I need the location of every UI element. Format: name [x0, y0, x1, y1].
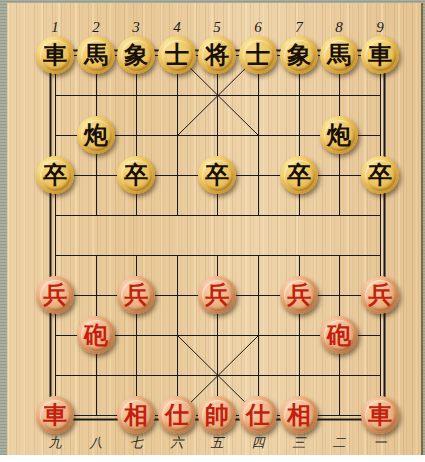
piece-glyph: 帥 — [205, 403, 229, 428]
piece-black-soldier[interactable]: 卒 — [117, 156, 155, 194]
piece-black-horse[interactable]: 馬 — [77, 36, 115, 74]
piece-black-general[interactable]: 将 — [198, 36, 236, 74]
piece-face: 馬 — [81, 40, 112, 71]
piece-face: 車 — [40, 40, 71, 71]
piece-glyph: 将 — [205, 43, 229, 68]
piece-glyph: 仕 — [246, 403, 270, 428]
piece-face: 帥 — [202, 400, 233, 431]
file-label-bottom-9: 九 — [43, 436, 67, 450]
piece-red-general[interactable]: 帥 — [198, 396, 236, 434]
piece-glyph: 車 — [368, 403, 392, 428]
piece-face: 兵 — [121, 280, 152, 311]
piece-glyph: 仕 — [165, 403, 189, 428]
piece-black-chariot[interactable]: 車 — [361, 36, 399, 74]
piece-face: 車 — [40, 400, 71, 431]
piece-black-advisor[interactable]: 士 — [239, 36, 277, 74]
xiangqi-app-window: 123456789 九八七六五四三二一 車馬象士将士象馬車炮炮卒卒卒卒卒兵兵兵兵… — [0, 0, 425, 462]
piece-red-soldier[interactable]: 兵 — [117, 276, 155, 314]
piece-glyph: 兵 — [124, 283, 148, 308]
piece-face: 炮 — [324, 120, 355, 151]
file-label-bottom-8: 八 — [84, 436, 108, 450]
file-label-bottom-5: 五 — [205, 436, 229, 450]
piece-glyph: 卒 — [124, 163, 148, 188]
piece-glyph: 兵 — [205, 283, 229, 308]
file-label-top-1: 1 — [44, 19, 66, 35]
piece-face: 兵 — [40, 280, 71, 311]
file-label-bottom-4: 四 — [246, 436, 270, 450]
piece-glyph: 卒 — [43, 163, 67, 188]
piece-face: 象 — [284, 40, 315, 71]
piece-black-soldier[interactable]: 卒 — [36, 156, 74, 194]
piece-face: 象 — [121, 40, 152, 71]
piece-glyph: 相 — [124, 403, 148, 428]
file-label-top-8: 8 — [328, 19, 350, 35]
piece-face: 炮 — [81, 120, 112, 151]
piece-black-cannon[interactable]: 炮 — [77, 116, 115, 154]
piece-black-advisor[interactable]: 士 — [158, 36, 196, 74]
piece-glyph: 砲 — [327, 323, 351, 348]
piece-glyph: 卒 — [287, 163, 311, 188]
piece-face: 卒 — [202, 160, 233, 191]
piece-red-advisor[interactable]: 仕 — [239, 396, 277, 434]
piece-face: 兵 — [202, 280, 233, 311]
piece-face: 車 — [365, 40, 396, 71]
piece-glyph: 馬 — [327, 43, 351, 68]
piece-glyph: 卒 — [205, 163, 229, 188]
piece-glyph: 兵 — [287, 283, 311, 308]
file-label-top-9: 9 — [369, 19, 391, 35]
piece-black-chariot[interactable]: 車 — [36, 36, 74, 74]
piece-glyph: 卒 — [368, 163, 392, 188]
piece-face: 馬 — [324, 40, 355, 71]
piece-red-cannon[interactable]: 砲 — [77, 316, 115, 354]
piece-red-soldier[interactable]: 兵 — [280, 276, 318, 314]
file-label-top-5: 5 — [206, 19, 228, 35]
piece-face: 兵 — [284, 280, 315, 311]
piece-face: 卒 — [365, 160, 396, 191]
piece-glyph: 炮 — [327, 123, 351, 148]
piece-glyph: 車 — [43, 403, 67, 428]
piece-glyph: 相 — [287, 403, 311, 428]
piece-face: 砲 — [324, 320, 355, 351]
file-label-top-3: 3 — [125, 19, 147, 35]
piece-face: 士 — [162, 40, 193, 71]
piece-red-chariot[interactable]: 車 — [36, 396, 74, 434]
piece-face: 兵 — [365, 280, 396, 311]
piece-glyph: 砲 — [84, 323, 108, 348]
piece-red-chariot[interactable]: 車 — [361, 396, 399, 434]
piece-face: 卒 — [284, 160, 315, 191]
piece-glyph: 兵 — [43, 283, 67, 308]
piece-glyph: 象 — [124, 43, 148, 68]
file-label-top-6: 6 — [247, 19, 269, 35]
piece-glyph: 兵 — [368, 283, 392, 308]
piece-glyph: 士 — [165, 43, 189, 68]
file-label-top-4: 4 — [166, 19, 188, 35]
piece-face: 車 — [365, 400, 396, 431]
file-label-bottom-3: 三 — [287, 436, 311, 450]
piece-face: 仕 — [243, 400, 274, 431]
piece-glyph: 馬 — [84, 43, 108, 68]
piece-face: 卒 — [121, 160, 152, 191]
piece-red-elephant[interactable]: 相 — [117, 396, 155, 434]
file-label-bottom-1: 一 — [368, 436, 392, 450]
piece-face: 卒 — [40, 160, 71, 191]
piece-red-soldier[interactable]: 兵 — [198, 276, 236, 314]
file-label-top-2: 2 — [85, 19, 107, 35]
piece-face: 将 — [202, 40, 233, 71]
piece-face: 仕 — [162, 400, 193, 431]
piece-face: 砲 — [81, 320, 112, 351]
file-label-bottom-6: 六 — [165, 436, 189, 450]
piece-black-soldier[interactable]: 卒 — [361, 156, 399, 194]
file-label-top-7: 7 — [288, 19, 310, 35]
piece-black-elephant[interactable]: 象 — [280, 36, 318, 74]
piece-red-cannon[interactable]: 砲 — [320, 316, 358, 354]
piece-red-soldier[interactable]: 兵 — [36, 276, 74, 314]
piece-face: 士 — [243, 40, 274, 71]
piece-glyph: 車 — [368, 43, 392, 68]
file-label-bottom-2: 二 — [327, 436, 351, 450]
piece-glyph: 車 — [43, 43, 67, 68]
piece-black-cannon[interactable]: 炮 — [320, 116, 358, 154]
piece-black-horse[interactable]: 馬 — [320, 36, 358, 74]
piece-red-elephant[interactable]: 相 — [280, 396, 318, 434]
piece-glyph: 士 — [246, 43, 270, 68]
piece-red-soldier[interactable]: 兵 — [361, 276, 399, 314]
piece-glyph: 炮 — [84, 123, 108, 148]
window-bottom-strip — [0, 455, 425, 462]
piece-black-soldier[interactable]: 卒 — [280, 156, 318, 194]
piece-glyph: 象 — [287, 43, 311, 68]
piece-red-advisor[interactable]: 仕 — [158, 396, 196, 434]
file-label-bottom-7: 七 — [124, 436, 148, 450]
piece-black-elephant[interactable]: 象 — [117, 36, 155, 74]
piece-face: 相 — [121, 400, 152, 431]
piece-black-soldier[interactable]: 卒 — [198, 156, 236, 194]
piece-face: 相 — [284, 400, 315, 431]
